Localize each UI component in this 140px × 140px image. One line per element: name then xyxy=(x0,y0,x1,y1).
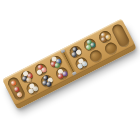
stone xyxy=(61,70,68,77)
board-top-surface xyxy=(2,19,135,107)
stone xyxy=(10,80,17,87)
mancala-board xyxy=(2,19,138,112)
stone xyxy=(16,91,23,98)
stone xyxy=(75,48,82,55)
stone xyxy=(32,85,39,92)
stone xyxy=(90,41,97,48)
stone xyxy=(41,66,48,73)
product-photo-mancala-board xyxy=(0,0,140,140)
stone xyxy=(81,60,88,67)
